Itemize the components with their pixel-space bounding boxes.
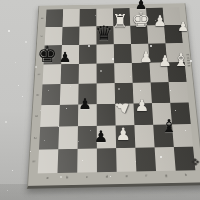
- square-d6[interactable]: [96, 44, 114, 63]
- file-label-c: c: [78, 172, 96, 183]
- square-c7[interactable]: [79, 26, 96, 45]
- file-labels: abcdefgh: [37, 169, 196, 183]
- square-c8[interactable]: [79, 9, 96, 27]
- square-b4[interactable]: [60, 84, 79, 105]
- captured-piece-captured-black[interactable]: ♟: [135, 0, 148, 11]
- square-d1[interactable]: [97, 148, 117, 172]
- square-b5[interactable]: [61, 64, 79, 84]
- square-g4[interactable]: [151, 82, 171, 103]
- square-b2[interactable]: [58, 126, 78, 149]
- square-g1[interactable]: [155, 147, 176, 171]
- square-b1[interactable]: [57, 149, 77, 173]
- dust-speck: [22, 96, 23, 97]
- dust-speck: [15, 62, 16, 63]
- rank-label-5: 5: [28, 71, 49, 78]
- rank-label-1: 1: [22, 158, 45, 166]
- piece-bP-b6[interactable]: ♟: [59, 50, 72, 64]
- square-c6[interactable]: [79, 45, 97, 64]
- corner-emblem-icon: ❖: [187, 155, 200, 172]
- square-d5[interactable]: [97, 63, 115, 83]
- board-squares: [38, 7, 196, 173]
- dust-speck: [8, 30, 10, 32]
- chess-photo-scene: abcdefgh 87654321 CHESS ❖ ♜♚♟♛♚♟♟♟♝♟♟♟♝♟…: [0, 0, 200, 200]
- piece-wK-f8[interactable]: ♚: [132, 10, 151, 31]
- dust-speck: [5, 121, 7, 123]
- file-label-b: b: [58, 172, 76, 183]
- rank-label-2: 2: [24, 134, 47, 142]
- piece-wP-e2[interactable]: ♟: [115, 126, 130, 143]
- square-b3[interactable]: [59, 105, 78, 127]
- rank-label-7: 7: [31, 33, 51, 39]
- dust-speck: [18, 85, 19, 86]
- square-e5[interactable]: [114, 63, 132, 83]
- rank-label-4: 4: [27, 91, 49, 98]
- square-f1[interactable]: [135, 147, 156, 171]
- piece-wP-g8[interactable]: ♟: [153, 14, 166, 29]
- square-b7[interactable]: [62, 27, 80, 46]
- dust-speck: [12, 170, 13, 171]
- piece-bQ-d7[interactable]: ♛: [95, 23, 113, 43]
- square-e6[interactable]: [114, 44, 132, 63]
- piece-wR-e8[interactable]: ♜: [112, 12, 128, 30]
- piece-bP-c4[interactable]: ♟: [78, 97, 91, 112]
- piece-wB-h6[interactable]: ♝: [173, 51, 189, 69]
- piece-bP-d2[interactable]: ♟: [94, 129, 108, 145]
- dust-speck: [25, 41, 27, 43]
- square-f2[interactable]: [134, 125, 154, 148]
- square-h4[interactable]: [169, 82, 189, 103]
- piece-wP-f4[interactable]: ♟: [135, 98, 149, 114]
- file-label-g: g: [157, 170, 175, 181]
- rank-label-3: 3: [25, 112, 47, 119]
- square-b8[interactable]: [63, 9, 80, 27]
- piece-wP-g6[interactable]: ♟: [158, 54, 171, 69]
- file-label-d: d: [98, 171, 116, 182]
- rank-label-8: 8: [32, 15, 52, 21]
- piece-bB-g3[interactable]: ♝: [161, 117, 177, 135]
- file-label-a: a: [38, 173, 56, 184]
- file-label-h: h: [177, 170, 196, 180]
- captured-piece-captured-white[interactable]: ♟: [177, 20, 189, 33]
- square-c1[interactable]: [77, 148, 97, 172]
- square-e1[interactable]: [116, 148, 136, 172]
- square-c5[interactable]: [79, 64, 97, 84]
- piece-bK-a6[interactable]: ♚: [37, 44, 57, 66]
- file-label-f: f: [137, 171, 155, 182]
- piece-wP-f6[interactable]: ♟: [139, 50, 152, 65]
- file-label-e: e: [118, 171, 136, 182]
